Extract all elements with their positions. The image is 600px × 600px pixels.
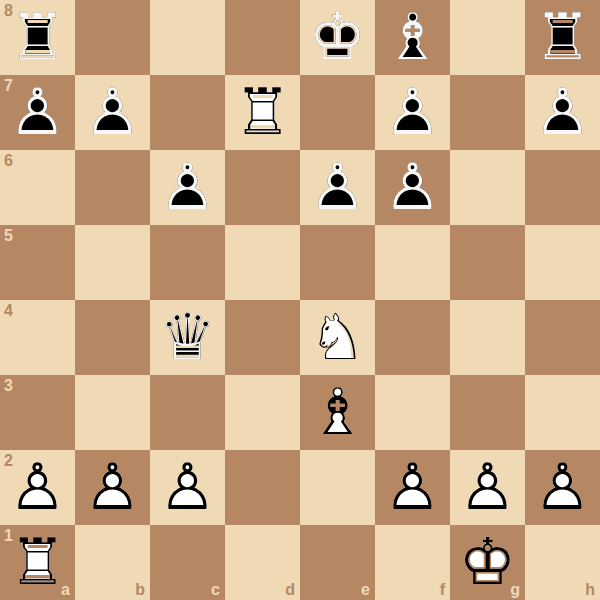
square-a4[interactable]: 4: [0, 300, 75, 375]
square-e3[interactable]: ♝♗: [300, 375, 375, 450]
square-h5[interactable]: [525, 225, 600, 300]
square-d2[interactable]: [225, 450, 300, 525]
square-a1[interactable]: 1a♜♖: [0, 525, 75, 600]
square-f4[interactable]: [375, 300, 450, 375]
square-b2[interactable]: ♟♙: [75, 450, 150, 525]
pawn-outline-icon: ♙: [75, 75, 150, 150]
square-e2[interactable]: [300, 450, 375, 525]
square-f6[interactable]: ♟♙: [375, 150, 450, 225]
rook-icon: ♜: [0, 525, 75, 600]
king-outline-icon: ♔: [300, 0, 375, 75]
square-c3[interactable]: [150, 375, 225, 450]
knight-outline-icon: ♘: [300, 300, 375, 375]
pawn-icon: ♟: [75, 450, 150, 525]
square-c6[interactable]: ♟♙: [150, 150, 225, 225]
black-pawn[interactable]: ♟♙: [375, 150, 450, 225]
pawn-icon: ♟: [375, 150, 450, 225]
square-g6[interactable]: [450, 150, 525, 225]
square-e8[interactable]: ♚♔: [300, 0, 375, 75]
white-pawn[interactable]: ♟♙: [0, 450, 75, 525]
square-a7[interactable]: 7♟♙: [0, 75, 75, 150]
square-a2[interactable]: 2♟♙: [0, 450, 75, 525]
black-pawn[interactable]: ♟♙: [300, 150, 375, 225]
square-d6[interactable]: [225, 150, 300, 225]
white-pawn[interactable]: ♟♙: [525, 450, 600, 525]
queen-outline-icon: ♕: [150, 300, 225, 375]
square-d4[interactable]: [225, 300, 300, 375]
pawn-icon: ♟: [300, 150, 375, 225]
rook-outline-icon: ♖: [0, 0, 75, 75]
square-d3[interactable]: [225, 375, 300, 450]
pawn-icon: ♟: [0, 75, 75, 150]
file-label-b: b: [135, 582, 145, 598]
queen-icon: ♛: [150, 300, 225, 375]
pawn-outline-icon: ♙: [75, 450, 150, 525]
square-c5[interactable]: [150, 225, 225, 300]
square-e5[interactable]: [300, 225, 375, 300]
pawn-icon: ♟: [375, 450, 450, 525]
rook-outline-icon: ♖: [525, 0, 600, 75]
white-pawn[interactable]: ♟♙: [375, 450, 450, 525]
square-a8[interactable]: 8♜♖: [0, 0, 75, 75]
square-f5[interactable]: [375, 225, 450, 300]
bishop-outline-icon: ♗: [375, 0, 450, 75]
square-h2[interactable]: ♟♙: [525, 450, 600, 525]
square-f7[interactable]: ♟♙: [375, 75, 450, 150]
pawn-icon: ♟: [150, 450, 225, 525]
black-pawn[interactable]: ♟♙: [0, 75, 75, 150]
file-label-f: f: [440, 582, 445, 598]
rank-label-6: 6: [4, 153, 13, 169]
bishop-icon: ♝: [375, 0, 450, 75]
square-b7[interactable]: ♟♙: [75, 75, 150, 150]
square-g2[interactable]: ♟♙: [450, 450, 525, 525]
pawn-outline-icon: ♙: [525, 450, 600, 525]
square-e6[interactable]: ♟♙: [300, 150, 375, 225]
square-h8[interactable]: ♜♖: [525, 0, 600, 75]
square-g7[interactable]: [450, 75, 525, 150]
rook-icon: ♜: [525, 0, 600, 75]
rook-outline-icon: ♖: [0, 525, 75, 600]
square-g1[interactable]: g♚♔: [450, 525, 525, 600]
pawn-outline-icon: ♙: [150, 150, 225, 225]
pawn-icon: ♟: [75, 75, 150, 150]
black-queen[interactable]: ♛♕: [150, 300, 225, 375]
square-g3[interactable]: [450, 375, 525, 450]
square-b5[interactable]: [75, 225, 150, 300]
black-bishop[interactable]: ♝♗: [375, 0, 450, 75]
square-g4[interactable]: [450, 300, 525, 375]
pawn-outline-icon: ♙: [375, 150, 450, 225]
square-g5[interactable]: [450, 225, 525, 300]
black-pawn[interactable]: ♟♙: [75, 75, 150, 150]
pawn-outline-icon: ♙: [0, 75, 75, 150]
pawn-outline-icon: ♙: [0, 450, 75, 525]
pawn-outline-icon: ♙: [375, 450, 450, 525]
white-rook[interactable]: ♜♖: [0, 525, 75, 600]
square-a5[interactable]: 5: [0, 225, 75, 300]
square-a6[interactable]: 6: [0, 150, 75, 225]
square-h4[interactable]: [525, 300, 600, 375]
bishop-outline-icon: ♗: [300, 375, 375, 450]
square-c4[interactable]: ♛♕: [150, 300, 225, 375]
square-e1[interactable]: e: [300, 525, 375, 600]
pawn-icon: ♟: [525, 450, 600, 525]
king-outline-icon: ♔: [450, 525, 525, 600]
square-f1[interactable]: f: [375, 525, 450, 600]
black-rook[interactable]: ♜♖: [525, 0, 600, 75]
square-d7[interactable]: ♜♖: [225, 75, 300, 150]
square-f8[interactable]: ♝♗: [375, 0, 450, 75]
rank-label-3: 3: [4, 378, 13, 394]
black-rook[interactable]: ♜♖: [0, 0, 75, 75]
square-c8[interactable]: [150, 0, 225, 75]
square-h7[interactable]: ♟♙: [525, 75, 600, 150]
white-king[interactable]: ♚♔: [450, 525, 525, 600]
rook-icon: ♜: [0, 0, 75, 75]
pawn-outline-icon: ♙: [300, 150, 375, 225]
pawn-outline-icon: ♙: [375, 75, 450, 150]
white-bishop[interactable]: ♝♗: [300, 375, 375, 450]
black-pawn[interactable]: ♟♙: [375, 75, 450, 150]
square-b8[interactable]: [75, 0, 150, 75]
square-e4[interactable]: ♞♘: [300, 300, 375, 375]
pawn-icon: ♟: [450, 450, 525, 525]
square-b1[interactable]: b: [75, 525, 150, 600]
black-king[interactable]: ♚♔: [300, 0, 375, 75]
square-g8[interactable]: [450, 0, 525, 75]
square-d5[interactable]: [225, 225, 300, 300]
square-d1[interactable]: d: [225, 525, 300, 600]
king-icon: ♚: [450, 525, 525, 600]
knight-icon: ♞: [300, 300, 375, 375]
square-e7[interactable]: [300, 75, 375, 150]
pawn-outline-icon: ♙: [150, 450, 225, 525]
rank-label-4: 4: [4, 303, 13, 319]
square-f3[interactable]: [375, 375, 450, 450]
square-f2[interactable]: ♟♙: [375, 450, 450, 525]
pawn-icon: ♟: [375, 75, 450, 150]
file-label-e: e: [361, 582, 370, 598]
square-h3[interactable]: [525, 375, 600, 450]
square-h6[interactable]: [525, 150, 600, 225]
pawn-icon: ♟: [525, 75, 600, 150]
white-knight[interactable]: ♞♘: [300, 300, 375, 375]
square-b4[interactable]: [75, 300, 150, 375]
pawn-outline-icon: ♙: [525, 75, 600, 150]
rook-icon: ♜: [225, 75, 300, 150]
black-pawn[interactable]: ♟♙: [150, 150, 225, 225]
black-pawn[interactable]: ♟♙: [525, 75, 600, 150]
square-a3[interactable]: 3: [0, 375, 75, 450]
square-b3[interactable]: [75, 375, 150, 450]
rank-label-5: 5: [4, 228, 13, 244]
file-label-d: d: [285, 582, 295, 598]
rook-outline-icon: ♖: [225, 75, 300, 150]
square-c7[interactable]: [150, 75, 225, 150]
pawn-outline-icon: ♙: [450, 450, 525, 525]
file-label-h: h: [585, 582, 595, 598]
white-pawn[interactable]: ♟♙: [150, 450, 225, 525]
square-h1[interactable]: h: [525, 525, 600, 600]
king-icon: ♚: [300, 0, 375, 75]
white-pawn[interactable]: ♟♙: [75, 450, 150, 525]
white-rook[interactable]: ♜♖: [225, 75, 300, 150]
square-b6[interactable]: [75, 150, 150, 225]
square-d8[interactable]: [225, 0, 300, 75]
white-pawn[interactable]: ♟♙: [450, 450, 525, 525]
bishop-icon: ♝: [300, 375, 375, 450]
file-label-c: c: [211, 582, 220, 598]
pawn-icon: ♟: [0, 450, 75, 525]
chess-board: 8♜♖♚♔♝♗♜♖7♟♙♟♙♜♖♟♙♟♙6♟♙♟♙♟♙54♛♕♞♘3♝♗2♟♙♟…: [0, 0, 600, 600]
square-c1[interactable]: c: [150, 525, 225, 600]
square-c2[interactable]: ♟♙: [150, 450, 225, 525]
pawn-icon: ♟: [150, 150, 225, 225]
